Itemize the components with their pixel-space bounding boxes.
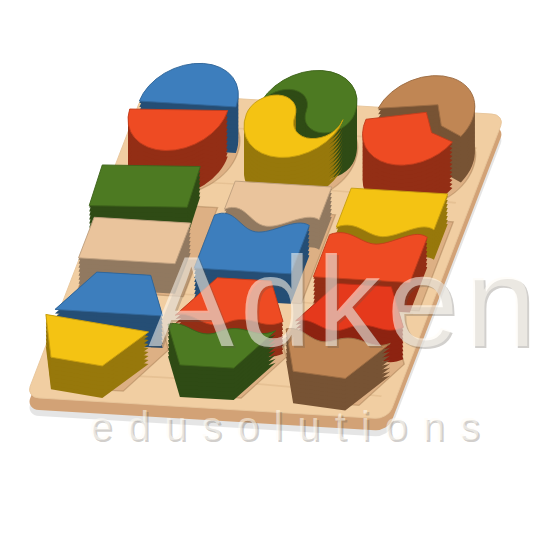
watermark-tagline-text: edusolutions	[90, 404, 495, 448]
puzzle-scene: Adken Adken edusolutions edusolutions	[0, 0, 533, 533]
brand-watermark: Adken Adken edusolutions edusolutions	[90, 230, 533, 450]
watermark-brand-text: Adken	[149, 230, 533, 373]
product-photo: Adken Adken edusolutions edusolutions	[0, 0, 533, 533]
